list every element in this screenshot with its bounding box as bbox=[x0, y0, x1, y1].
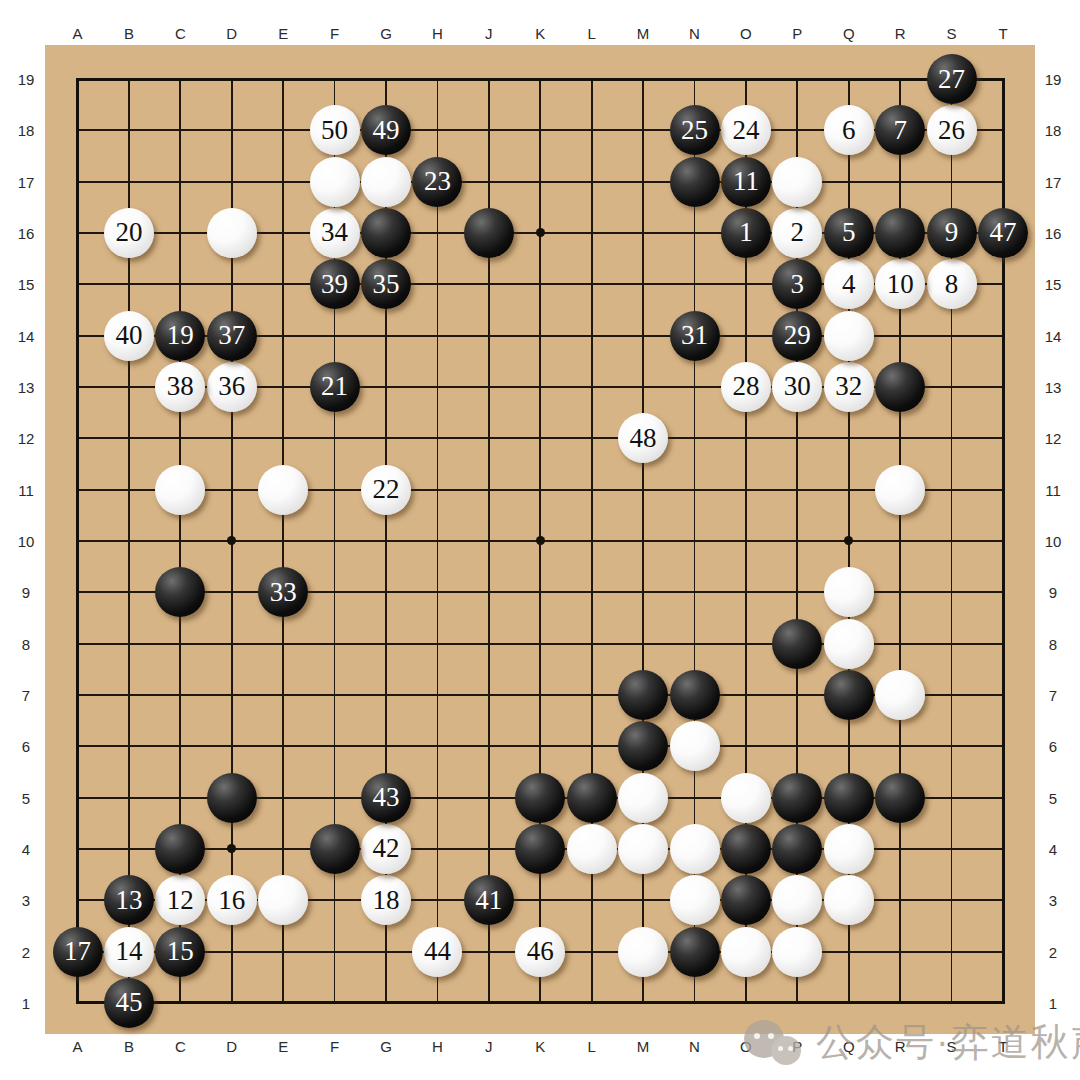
move-number: 46 bbox=[527, 938, 554, 965]
move-number: 28 bbox=[732, 373, 759, 400]
stone-M2 bbox=[618, 927, 668, 977]
stone-O18: 24 bbox=[721, 105, 771, 155]
move-number: 45 bbox=[115, 989, 142, 1016]
coord-label-left: 5 bbox=[22, 789, 30, 806]
stone-N14: 31 bbox=[670, 311, 720, 361]
coord-label-bottom: E bbox=[278, 1038, 288, 1055]
stone-F18: 50 bbox=[310, 105, 360, 155]
stone-B14: 40 bbox=[104, 311, 154, 361]
move-number: 8 bbox=[945, 271, 959, 298]
coord-label-right: 5 bbox=[1049, 789, 1057, 806]
coord-label-top: J bbox=[485, 25, 493, 42]
coord-label-top: B bbox=[124, 25, 134, 42]
coord-label-right: 8 bbox=[1049, 635, 1057, 652]
coord-label-left: 16 bbox=[18, 224, 35, 241]
stone-M7 bbox=[618, 670, 668, 720]
move-number: 24 bbox=[732, 117, 759, 144]
stone-R11 bbox=[875, 465, 925, 515]
stone-G11: 22 bbox=[361, 465, 411, 515]
stone-A2: 17 bbox=[53, 927, 103, 977]
coord-label-top: Q bbox=[843, 25, 855, 42]
stone-O13: 28 bbox=[721, 362, 771, 412]
stone-F16: 34 bbox=[310, 208, 360, 258]
stone-J16 bbox=[464, 208, 514, 258]
move-number: 49 bbox=[373, 117, 400, 144]
stone-Q15: 4 bbox=[824, 259, 874, 309]
stone-J3: 41 bbox=[464, 875, 514, 925]
stone-S16: 9 bbox=[927, 208, 977, 258]
stone-C11 bbox=[155, 465, 205, 515]
stone-P2 bbox=[772, 927, 822, 977]
stone-H17: 23 bbox=[412, 157, 462, 207]
move-number: 4 bbox=[842, 271, 856, 298]
coord-label-bottom: F bbox=[330, 1038, 339, 1055]
stone-Q5 bbox=[824, 773, 874, 823]
coord-label-bottom: S bbox=[947, 1038, 957, 1055]
move-number: 13 bbox=[115, 887, 142, 914]
stone-P4 bbox=[772, 824, 822, 874]
stone-N4 bbox=[670, 824, 720, 874]
move-number: 11 bbox=[733, 168, 759, 195]
coord-label-left: 6 bbox=[22, 738, 30, 755]
stone-Q8 bbox=[824, 619, 874, 669]
coord-label-left: 14 bbox=[18, 327, 35, 344]
stone-R13 bbox=[875, 362, 925, 412]
coord-label-top: R bbox=[895, 25, 906, 42]
move-number: 22 bbox=[373, 476, 400, 503]
move-number: 48 bbox=[630, 425, 657, 452]
coord-label-top: T bbox=[998, 25, 1007, 42]
coord-label-top: G bbox=[380, 25, 392, 42]
stone-L4 bbox=[567, 824, 617, 874]
coord-label-bottom: L bbox=[587, 1038, 595, 1055]
stone-Q16: 5 bbox=[824, 208, 874, 258]
stone-C13: 38 bbox=[155, 362, 205, 412]
move-number: 3 bbox=[791, 271, 805, 298]
coord-label-right: 6 bbox=[1049, 738, 1057, 755]
move-number: 50 bbox=[321, 117, 348, 144]
coord-label-right: 14 bbox=[1045, 327, 1062, 344]
move-number: 40 bbox=[115, 322, 142, 349]
coord-label-top: L bbox=[587, 25, 595, 42]
stone-N2 bbox=[670, 927, 720, 977]
move-number: 25 bbox=[681, 117, 708, 144]
stone-D3: 16 bbox=[207, 875, 257, 925]
coord-label-top: C bbox=[175, 25, 186, 42]
stone-M5 bbox=[618, 773, 668, 823]
coord-label-bottom: Q bbox=[843, 1038, 855, 1055]
move-number: 31 bbox=[681, 322, 708, 349]
coord-label-right: 19 bbox=[1045, 71, 1062, 88]
stone-T16: 47 bbox=[978, 208, 1028, 258]
stone-C2: 15 bbox=[155, 927, 205, 977]
move-number: 7 bbox=[893, 117, 907, 144]
coord-label-bottom: O bbox=[740, 1038, 752, 1055]
coord-label-bottom: C bbox=[175, 1038, 186, 1055]
move-number: 23 bbox=[424, 168, 451, 195]
stone-F4 bbox=[310, 824, 360, 874]
coord-label-bottom: M bbox=[637, 1038, 650, 1055]
stone-N18: 25 bbox=[670, 105, 720, 155]
move-number: 38 bbox=[167, 373, 194, 400]
stone-S15: 8 bbox=[927, 259, 977, 309]
stone-H2: 44 bbox=[412, 927, 462, 977]
coord-label-bottom: J bbox=[485, 1038, 493, 1055]
stone-P17 bbox=[772, 157, 822, 207]
coord-label-bottom: N bbox=[689, 1038, 700, 1055]
move-number: 19 bbox=[167, 322, 194, 349]
move-number: 42 bbox=[373, 835, 400, 862]
stone-D5 bbox=[207, 773, 257, 823]
move-number: 35 bbox=[373, 271, 400, 298]
stone-R7 bbox=[875, 670, 925, 720]
coord-label-top: P bbox=[792, 25, 802, 42]
move-number: 36 bbox=[218, 373, 245, 400]
move-number: 47 bbox=[990, 219, 1017, 246]
coord-label-top: F bbox=[330, 25, 339, 42]
stone-Q3 bbox=[824, 875, 874, 925]
stone-G4: 42 bbox=[361, 824, 411, 874]
move-number: 34 bbox=[321, 219, 348, 246]
coord-label-bottom: B bbox=[124, 1038, 134, 1055]
coord-label-right: 12 bbox=[1045, 430, 1062, 447]
stone-N17 bbox=[670, 157, 720, 207]
stone-Q9 bbox=[824, 567, 874, 617]
move-number: 26 bbox=[938, 117, 965, 144]
move-number: 10 bbox=[887, 271, 914, 298]
coord-label-top: O bbox=[740, 25, 752, 42]
stone-P16: 2 bbox=[772, 208, 822, 258]
stone-M4 bbox=[618, 824, 668, 874]
stone-G18: 49 bbox=[361, 105, 411, 155]
move-number: 29 bbox=[784, 322, 811, 349]
stone-G5: 43 bbox=[361, 773, 411, 823]
stone-S18: 26 bbox=[927, 105, 977, 155]
stone-Q4 bbox=[824, 824, 874, 874]
move-number: 16 bbox=[218, 887, 245, 914]
stone-N6 bbox=[670, 721, 720, 771]
stone-R5 bbox=[875, 773, 925, 823]
stone-P8 bbox=[772, 619, 822, 669]
move-number: 12 bbox=[167, 887, 194, 914]
stone-B2: 14 bbox=[104, 927, 154, 977]
coord-label-bottom: R bbox=[895, 1038, 906, 1055]
coord-label-top: N bbox=[689, 25, 700, 42]
move-number: 43 bbox=[373, 784, 400, 811]
coord-label-top: D bbox=[226, 25, 237, 42]
stone-F17 bbox=[310, 157, 360, 207]
coord-label-top: K bbox=[535, 25, 545, 42]
stone-E11 bbox=[258, 465, 308, 515]
move-number: 27 bbox=[938, 66, 965, 93]
coord-label-top: S bbox=[947, 25, 957, 42]
stone-G16 bbox=[361, 208, 411, 258]
move-number: 5 bbox=[842, 219, 856, 246]
coord-label-bottom: H bbox=[432, 1038, 443, 1055]
move-number: 30 bbox=[784, 373, 811, 400]
coord-label-top: A bbox=[72, 25, 82, 42]
stone-K4 bbox=[515, 824, 565, 874]
stone-D14: 37 bbox=[207, 311, 257, 361]
coord-label-right: 7 bbox=[1049, 686, 1057, 703]
stone-B1: 45 bbox=[104, 978, 154, 1028]
stone-Q14 bbox=[824, 311, 874, 361]
stone-D13: 36 bbox=[207, 362, 257, 412]
coord-label-right: 2 bbox=[1049, 943, 1057, 960]
stone-K5 bbox=[515, 773, 565, 823]
coord-label-bottom: T bbox=[998, 1038, 1007, 1055]
move-number: 9 bbox=[945, 219, 959, 246]
coord-label-right: 15 bbox=[1045, 276, 1062, 293]
stone-C4 bbox=[155, 824, 205, 874]
stone-C14: 19 bbox=[155, 311, 205, 361]
coord-label-top: M bbox=[637, 25, 650, 42]
stone-K2: 46 bbox=[515, 927, 565, 977]
move-number: 39 bbox=[321, 271, 348, 298]
move-number: 21 bbox=[321, 373, 348, 400]
move-number: 14 bbox=[115, 938, 142, 965]
stone-L5 bbox=[567, 773, 617, 823]
coord-label-bottom: D bbox=[226, 1038, 237, 1055]
coord-label-right: 3 bbox=[1049, 892, 1057, 909]
stone-P14: 29 bbox=[772, 311, 822, 361]
stone-B3: 13 bbox=[104, 875, 154, 925]
stone-R16 bbox=[875, 208, 925, 258]
stone-G15: 35 bbox=[361, 259, 411, 309]
stone-P5 bbox=[772, 773, 822, 823]
move-number: 6 bbox=[842, 117, 856, 144]
stone-O5 bbox=[721, 773, 771, 823]
stone-N7 bbox=[670, 670, 720, 720]
coord-label-bottom: A bbox=[72, 1038, 82, 1055]
stone-O3 bbox=[721, 875, 771, 925]
coord-label-left: 17 bbox=[18, 173, 35, 190]
coord-label-left: 8 bbox=[22, 635, 30, 652]
coord-label-bottom: G bbox=[380, 1038, 392, 1055]
coord-label-bottom: K bbox=[535, 1038, 545, 1055]
coord-label-left: 12 bbox=[18, 430, 35, 447]
move-number: 41 bbox=[475, 887, 502, 914]
stone-F13: 21 bbox=[310, 362, 360, 412]
stone-Q18: 6 bbox=[824, 105, 874, 155]
coord-label-left: 1 bbox=[22, 994, 30, 1011]
coord-label-left: 2 bbox=[22, 943, 30, 960]
stone-Q7 bbox=[824, 670, 874, 720]
go-diagram-page: AABBCCDDEEFFGGHHJJKKLLMMNNOOPPQQRRSSTT19… bbox=[0, 0, 1080, 1080]
coord-label-right: 17 bbox=[1045, 173, 1062, 190]
move-number: 18 bbox=[373, 887, 400, 914]
stone-O4 bbox=[721, 824, 771, 874]
coord-label-right: 16 bbox=[1045, 224, 1062, 241]
coord-label-left: 13 bbox=[18, 378, 35, 395]
move-number: 20 bbox=[115, 219, 142, 246]
stone-G17 bbox=[361, 157, 411, 207]
stone-O16: 1 bbox=[721, 208, 771, 258]
stone-B16: 20 bbox=[104, 208, 154, 258]
coord-label-left: 19 bbox=[18, 71, 35, 88]
move-number: 44 bbox=[424, 938, 451, 965]
coord-label-left: 4 bbox=[22, 840, 30, 857]
coord-label-right: 13 bbox=[1045, 378, 1062, 395]
coord-label-bottom: P bbox=[792, 1038, 802, 1055]
stone-N3 bbox=[670, 875, 720, 925]
stone-P13: 30 bbox=[772, 362, 822, 412]
stone-G3: 18 bbox=[361, 875, 411, 925]
coord-label-top: H bbox=[432, 25, 443, 42]
move-number: 32 bbox=[835, 373, 862, 400]
coord-label-right: 10 bbox=[1045, 532, 1062, 549]
coord-label-left: 18 bbox=[18, 122, 35, 139]
coord-label-left: 3 bbox=[22, 892, 30, 909]
stone-D16 bbox=[207, 208, 257, 258]
move-number: 33 bbox=[270, 579, 297, 606]
stone-O17: 11 bbox=[721, 157, 771, 207]
coord-label-right: 4 bbox=[1049, 840, 1057, 857]
move-number: 15 bbox=[167, 938, 194, 965]
coord-label-left: 9 bbox=[22, 584, 30, 601]
coord-label-left: 15 bbox=[18, 276, 35, 293]
coord-label-right: 18 bbox=[1045, 122, 1062, 139]
coord-label-left: 11 bbox=[18, 481, 34, 498]
stone-S19: 27 bbox=[927, 54, 977, 104]
coord-label-right: 1 bbox=[1049, 994, 1057, 1011]
stone-Q13: 32 bbox=[824, 362, 874, 412]
move-number: 37 bbox=[218, 322, 245, 349]
coord-label-right: 9 bbox=[1049, 584, 1057, 601]
coord-label-left: 7 bbox=[22, 686, 30, 703]
move-number: 1 bbox=[739, 219, 753, 246]
coord-label-top: E bbox=[278, 25, 288, 42]
stone-F15: 39 bbox=[310, 259, 360, 309]
coord-label-right: 11 bbox=[1045, 481, 1061, 498]
coord-label-left: 10 bbox=[18, 532, 35, 549]
stone-O2 bbox=[721, 927, 771, 977]
move-number: 17 bbox=[64, 938, 91, 965]
move-number: 2 bbox=[791, 219, 805, 246]
